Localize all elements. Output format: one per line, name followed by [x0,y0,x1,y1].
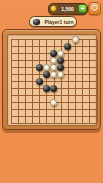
black-stone [36,78,43,85]
grid-line [68,39,69,123]
white-stone [72,36,79,43]
grid-line [82,39,83,123]
white-stone [50,64,57,71]
app-background: 1,500 + ⚙ Player1 turn [0,0,103,183]
white-stone [50,71,57,78]
black-stone [50,85,57,92]
board-grid[interactable] [11,39,97,123]
game-board [2,29,101,130]
turn-label: Player1 turn [42,17,77,27]
black-stone [43,71,50,78]
white-stone [50,57,57,64]
white-stone [57,50,64,57]
coin-icon [50,5,57,12]
white-stone [57,71,64,78]
grid-line [89,39,90,123]
grid-line [11,81,97,82]
black-stone [50,50,57,57]
grid-line [11,109,97,110]
white-stone [50,99,57,106]
grid-line [97,39,98,123]
grid-line [11,123,97,124]
black-stone [36,64,43,71]
add-coins-button[interactable]: + [78,4,87,13]
turn-indicator: Player1 turn [29,16,77,27]
grid-line [75,39,76,123]
settings-button[interactable]: ⚙ [88,2,101,15]
grid-line [11,116,97,117]
plus-icon: + [80,5,84,12]
black-stone [64,43,71,50]
black-stone [57,64,64,71]
board-face [7,34,97,126]
black-stone [43,85,50,92]
grid-line [11,95,97,96]
coin-pill[interactable]: 1,500 + [48,3,88,15]
coin-amount: 1,500 [58,4,77,14]
white-stone [43,64,50,71]
gear-icon: ⚙ [89,3,100,14]
black-stone [57,57,64,64]
turn-player-stone-icon [33,19,40,26]
